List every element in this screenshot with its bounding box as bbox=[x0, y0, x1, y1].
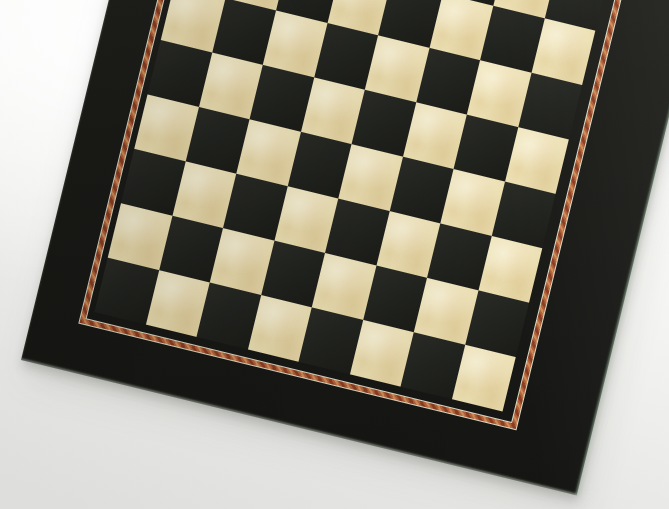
chess-board bbox=[21, 0, 669, 495]
photo-backdrop bbox=[0, 0, 669, 509]
